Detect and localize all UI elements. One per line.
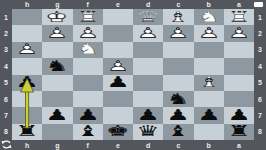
rank-label-7: 7: [0, 107, 12, 123]
square-f3[interactable]: ♞♘: [73, 42, 103, 58]
square-h5[interactable]: ♟: [12, 75, 42, 91]
square-c3[interactable]: [163, 42, 193, 58]
square-f2[interactable]: ♟♙: [73, 25, 103, 41]
chess-board-frame: hgfedcba 12345678 12345678 hgfedcba ♚♔♜♖…: [0, 0, 266, 150]
black-knight-g4[interactable]: ♞: [31, 58, 84, 74]
square-c8[interactable]: ♝: [163, 124, 193, 140]
black-pawn-h5[interactable]: ♟: [1, 75, 54, 91]
square-g6[interactable]: [42, 91, 72, 107]
file-labels-bottom: hgfedcba: [12, 140, 254, 150]
flip-board-icon[interactable]: [1, 140, 12, 149]
rank-label-3: 3: [254, 42, 266, 58]
black-pawn-f7[interactable]: ♟: [61, 107, 114, 123]
black-rook-h8[interactable]: ♜: [1, 124, 54, 140]
square-c6[interactable]: ♞: [163, 91, 193, 107]
rank-label-4: 4: [0, 58, 12, 74]
white-rook-a1[interactable]: ♜♖: [212, 9, 265, 25]
fullscreen-icon[interactable]: [254, 2, 263, 7]
square-h3[interactable]: ♟♙: [12, 42, 42, 58]
black-bishop-c8[interactable]: ♝: [152, 124, 205, 140]
white-pawn-a2[interactable]: ♟♙: [212, 25, 265, 41]
file-label-c: c: [163, 140, 193, 150]
file-label-h: h: [12, 140, 42, 150]
rank-label-1: 1: [0, 9, 12, 25]
square-c4[interactable]: [163, 58, 193, 74]
rank-label-5: 5: [254, 75, 266, 91]
rank-label-4: 4: [254, 58, 266, 74]
square-a4[interactable]: [224, 58, 254, 74]
file-label-b: b: [194, 140, 224, 150]
square-d3[interactable]: [133, 42, 163, 58]
black-rook-a8[interactable]: ♜: [212, 124, 265, 140]
file-label-e: e: [103, 140, 133, 150]
white-pawn-f2[interactable]: ♟♙: [61, 25, 114, 41]
square-f6[interactable]: [73, 91, 103, 107]
square-g4[interactable]: ♞: [42, 58, 72, 74]
square-a3[interactable]: [224, 42, 254, 58]
square-h8[interactable]: ♜: [12, 124, 42, 140]
white-pawn-e4[interactable]: ♟♙: [91, 58, 144, 74]
square-e5[interactable]: ♟: [103, 75, 133, 91]
square-e6[interactable]: [103, 91, 133, 107]
file-label-h: h: [12, 0, 42, 9]
square-f7[interactable]: ♟: [73, 107, 103, 123]
square-b3[interactable]: [194, 42, 224, 58]
file-label-e: e: [103, 0, 133, 9]
square-a7[interactable]: ♟: [224, 107, 254, 123]
square-e4[interactable]: ♟♙: [103, 58, 133, 74]
square-a1[interactable]: ♜♖: [224, 9, 254, 25]
square-a8[interactable]: ♜: [224, 124, 254, 140]
rank-label-6: 6: [254, 91, 266, 107]
file-label-g: g: [42, 140, 72, 150]
rank-label-2: 2: [0, 25, 12, 41]
white-pawn-h3[interactable]: ♟♙: [1, 42, 54, 58]
square-a6[interactable]: [224, 91, 254, 107]
file-label-d: d: [133, 140, 163, 150]
board: ♚♔♜♖♛♕♝♗♞♘♜♖♟♙♟♙♟♙♟♙♟♙♟♙♟♙♞♘♞♟♙♟♟♝♗♞♟♟♟♟…: [12, 9, 254, 140]
square-b5[interactable]: ♝♗: [194, 75, 224, 91]
square-a2[interactable]: ♟♙: [224, 25, 254, 41]
black-pawn-a7[interactable]: ♟: [212, 107, 265, 123]
square-h6[interactable]: [12, 91, 42, 107]
file-label-f: f: [73, 140, 103, 150]
square-b4[interactable]: [194, 58, 224, 74]
file-label-a: a: [224, 140, 254, 150]
white-knight-f3[interactable]: ♞♘: [61, 42, 114, 58]
white-rook-f1[interactable]: ♜♖: [61, 9, 114, 25]
black-knight-c6[interactable]: ♞: [152, 91, 205, 107]
black-pawn-e5[interactable]: ♟: [91, 75, 144, 91]
white-bishop-b5[interactable]: ♝♗: [182, 75, 235, 91]
rank-label-6: 6: [0, 91, 12, 107]
square-f1[interactable]: ♜♖: [73, 9, 103, 25]
